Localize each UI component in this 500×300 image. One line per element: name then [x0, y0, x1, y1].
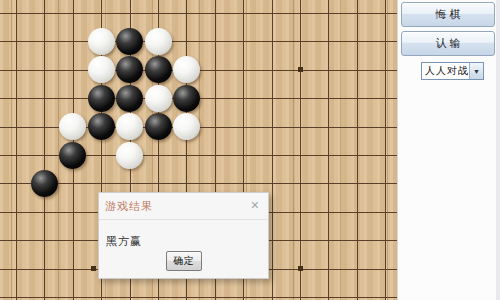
black-stone — [145, 56, 172, 83]
white-stone — [145, 28, 172, 55]
side-panel: 悔棋 认输 人人对战 ▼ — [397, 0, 500, 300]
white-stone — [173, 113, 200, 140]
close-icon[interactable]: × — [251, 197, 259, 213]
black-stone — [116, 28, 143, 55]
ok-button-label: 确定 — [174, 254, 194, 268]
dialog-titlebar: 游戏结果 × — [99, 193, 268, 220]
black-stone — [31, 170, 58, 197]
dialog-title: 游戏结果 — [105, 199, 153, 214]
white-stone — [145, 85, 172, 112]
ok-button[interactable]: 确定 — [166, 251, 202, 271]
undo-move-label: 悔棋 — [436, 7, 464, 22]
black-stone — [59, 142, 86, 169]
black-stone — [116, 56, 143, 83]
white-stone — [116, 113, 143, 140]
black-stone — [145, 113, 172, 140]
undo-move-button[interactable]: 悔棋 — [401, 2, 495, 27]
game-mode-value: 人人对战 — [422, 63, 469, 79]
white-stone — [88, 28, 115, 55]
resign-button[interactable]: 认输 — [401, 31, 495, 56]
white-stone — [88, 56, 115, 83]
game-result-dialog: 游戏结果 × 黑方赢 确定 — [98, 192, 269, 279]
result-message: 黑方赢 — [106, 234, 142, 249]
white-stone — [59, 113, 86, 140]
white-stone — [116, 142, 143, 169]
star-point — [91, 266, 96, 271]
game-mode-combobox[interactable]: 人人对战 ▼ — [421, 62, 484, 80]
black-stone — [88, 85, 115, 112]
black-stone — [88, 113, 115, 140]
gomoku-app-window: 游戏结果 × 黑方赢 确定 悔棋 认输 人人对战 ▼ — [0, 0, 500, 300]
star-point — [298, 67, 303, 72]
white-stone — [173, 56, 200, 83]
resign-label: 认输 — [436, 36, 464, 51]
black-stone — [116, 85, 143, 112]
black-stone — [173, 85, 200, 112]
star-point — [298, 266, 303, 271]
chevron-down-icon[interactable]: ▼ — [469, 63, 483, 79]
